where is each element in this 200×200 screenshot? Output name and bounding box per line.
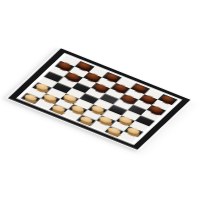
decorative-border-band [8,48,191,149]
board-sheet [6,47,193,151]
checkers-board [21,55,178,142]
board-perspective-wrapper [6,47,193,151]
scene [0,0,200,200]
inner-margin [16,53,182,145]
